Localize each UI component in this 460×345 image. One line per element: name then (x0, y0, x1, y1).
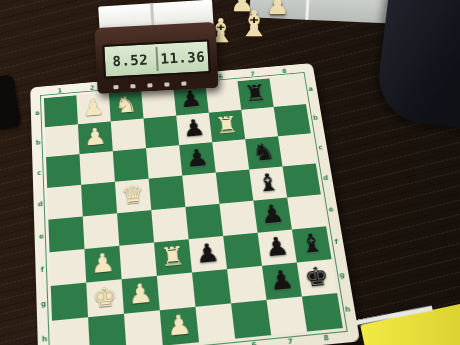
captured-white-bishop: ♝ (238, 6, 270, 42)
square-d7: ♝ (249, 166, 287, 200)
piece-wP-f2: ♟ (90, 249, 116, 277)
square-b5: ♟ (176, 113, 212, 145)
square-e2 (83, 213, 120, 249)
piece-bP-f5: ♟ (194, 239, 221, 267)
yellow-scoresheet (360, 302, 460, 345)
file-label-d: d (34, 188, 46, 221)
square-g4 (157, 273, 196, 311)
piece-bP-b5: ♟ (182, 116, 207, 141)
square-f4: ♜ (154, 239, 192, 276)
piece-wN-a3: ♞ (114, 93, 138, 117)
piece-wR-b6: ♜ (214, 113, 239, 137)
piece-bP-f7: ♟ (263, 233, 290, 260)
file-label-e: e (35, 220, 47, 254)
piece-wP-h4: ♟ (166, 310, 193, 339)
piece-wP-b2: ♟ (83, 124, 107, 149)
tournament-chess-scene: 8.52 11.36 ♟♟♝♝ 12345678 12345678 abcdef… (0, 0, 460, 345)
square-c6 (212, 139, 249, 172)
square-d5 (182, 173, 219, 207)
square-h4: ♟ (160, 307, 199, 345)
square-d8 (283, 163, 321, 197)
square-a2: ♟ (76, 92, 110, 124)
file-label-a: a (31, 98, 43, 128)
square-e5 (185, 204, 223, 239)
piece-wP-a2: ♟ (82, 95, 106, 119)
clock-time-left: 8.52 (105, 51, 156, 70)
square-d3: ♛ (115, 179, 151, 214)
piece-wR-f4: ♜ (160, 243, 186, 271)
digital-chess-clock: 8.52 11.36 (94, 22, 218, 94)
piece-bN-c7: ♞ (251, 139, 277, 164)
clock-button (130, 84, 135, 88)
square-g1 (51, 283, 88, 321)
square-e4 (151, 207, 188, 243)
opponent-arm (374, 0, 460, 129)
square-c8 (278, 133, 316, 166)
square-a4 (141, 87, 176, 119)
square-d6 (216, 169, 254, 203)
piece-bP-g7: ♟ (268, 266, 296, 294)
square-e1 (48, 216, 84, 252)
square-e3 (117, 210, 154, 246)
file-label-h: h (38, 321, 51, 345)
square-f8: ♝ (292, 226, 332, 262)
square-h6 (231, 300, 271, 339)
clock-button (113, 85, 118, 89)
square-b7 (241, 107, 278, 139)
square-h8 (302, 293, 343, 331)
square-d1 (47, 185, 83, 220)
clock-button (164, 82, 169, 86)
square-d4 (149, 176, 186, 211)
piece-bP-a5: ♟ (179, 87, 204, 111)
square-g6 (227, 266, 266, 304)
square-b4 (144, 116, 180, 149)
piece-bP-c5: ♟ (185, 145, 210, 170)
square-e8 (287, 194, 326, 229)
square-e7: ♟ (253, 198, 292, 233)
piece-bK-g8: ♚ (303, 263, 331, 291)
clock-button (181, 81, 186, 85)
piece-bP-e7: ♟ (259, 201, 286, 228)
square-b3 (111, 118, 146, 151)
square-f5: ♟ (189, 236, 227, 273)
square-g2: ♚ (86, 279, 124, 317)
piece-wQ-d3: ♛ (120, 182, 145, 208)
square-h3 (124, 310, 163, 345)
square-h7 (267, 296, 308, 335)
square-g3: ♟ (122, 276, 160, 314)
file-label-f: f (36, 253, 49, 288)
square-e6 (219, 201, 257, 236)
square-f3 (119, 242, 157, 279)
square-b8 (274, 104, 311, 136)
chess-board: 12345678 12345678 abcdefgh abcdefgh ♟♞♟♜… (30, 63, 360, 345)
clock-button (147, 83, 152, 87)
file-label-c: c (33, 157, 45, 189)
square-a1 (44, 95, 78, 127)
piece-bB-d7: ♝ (255, 170, 281, 196)
off-board-dark-object (0, 74, 21, 129)
piece-bB-f8: ♝ (298, 230, 326, 257)
square-c4 (146, 145, 182, 179)
square-g5 (192, 269, 231, 307)
square-f6 (223, 233, 262, 269)
square-c5: ♟ (179, 142, 216, 175)
square-f2: ♟ (84, 246, 121, 283)
clock-lcd: 8.52 11.36 (102, 39, 211, 79)
square-c3 (113, 148, 149, 182)
file-label-g: g (37, 286, 50, 322)
square-b2: ♟ (78, 121, 113, 154)
square-b1 (45, 124, 80, 157)
square-f7: ♟ (258, 230, 297, 266)
square-a8 (269, 76, 306, 107)
square-c7: ♞ (245, 136, 282, 169)
square-h5 (195, 303, 235, 342)
board-grid: ♟♞♟♜♟♟♜♟♞♛♝♟♟♜♟♟♝♚♟♟♚♟ (44, 76, 343, 345)
piece-wK-g2: ♚ (92, 283, 118, 312)
piece-bR-a7: ♜ (243, 81, 268, 105)
square-a7: ♜ (237, 78, 273, 109)
square-b6: ♜ (209, 110, 245, 142)
square-f1 (50, 249, 87, 286)
square-c2 (79, 151, 114, 185)
piece-wP-g3: ♟ (127, 279, 153, 308)
square-g8: ♚ (297, 259, 337, 296)
square-g7: ♟ (262, 262, 302, 299)
square-c1 (46, 154, 81, 188)
clock-buttons (113, 81, 186, 89)
square-h1 (52, 317, 90, 345)
square-a3: ♞ (109, 90, 144, 122)
square-h2 (88, 314, 126, 345)
clock-time-right: 11.36 (157, 48, 208, 67)
file-label-b: b (32, 127, 44, 158)
square-d2 (81, 182, 117, 217)
